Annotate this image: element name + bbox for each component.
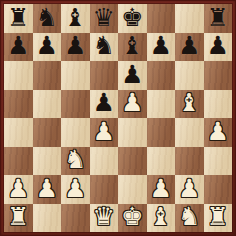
square-d4[interactable]: ♟: [90, 118, 119, 147]
square-e7[interactable]: ♝: [118, 33, 147, 62]
square-a1[interactable]: ♜: [4, 204, 33, 233]
square-e4[interactable]: [118, 118, 147, 147]
piece-black-pawn[interactable]: ♟: [121, 62, 143, 87]
square-h1[interactable]: ♜: [204, 204, 233, 233]
square-c5[interactable]: [61, 90, 90, 119]
square-a7[interactable]: ♟: [4, 33, 33, 62]
piece-black-pawn[interactable]: ♟: [93, 90, 115, 115]
square-h7[interactable]: ♟: [204, 33, 233, 62]
square-g6[interactable]: [175, 61, 204, 90]
square-g5[interactable]: ♝: [175, 90, 204, 119]
piece-white-bishop[interactable]: ♝: [178, 90, 200, 115]
piece-white-rook[interactable]: ♜: [207, 204, 229, 229]
piece-black-pawn[interactable]: ♟: [178, 33, 200, 58]
square-e2[interactable]: [118, 175, 147, 204]
square-f6[interactable]: [147, 61, 176, 90]
chess-board-frame: ♜♞♝♛♚♜♟♟♟♞♝♟♟♟♟♟♟♝♟♟♞♟♟♟♟♟♜♛♚♝♞♜: [0, 0, 236, 236]
square-g4[interactable]: [175, 118, 204, 147]
square-c6[interactable]: [61, 61, 90, 90]
square-c2[interactable]: ♟: [61, 175, 90, 204]
piece-white-pawn[interactable]: ♟: [36, 176, 58, 201]
piece-black-pawn[interactable]: ♟: [207, 33, 229, 58]
square-f1[interactable]: ♝: [147, 204, 176, 233]
piece-black-pawn[interactable]: ♟: [7, 33, 29, 58]
square-g8[interactable]: [175, 4, 204, 33]
square-d7[interactable]: ♞: [90, 33, 119, 62]
piece-black-pawn[interactable]: ♟: [36, 33, 58, 58]
piece-white-knight[interactable]: ♞: [178, 204, 200, 229]
square-g1[interactable]: ♞: [175, 204, 204, 233]
square-g3[interactable]: [175, 147, 204, 176]
square-g2[interactable]: ♟: [175, 175, 204, 204]
piece-black-knight[interactable]: ♞: [36, 5, 58, 30]
square-h4[interactable]: ♟: [204, 118, 233, 147]
piece-black-rook[interactable]: ♜: [7, 5, 29, 30]
square-d6[interactable]: [90, 61, 119, 90]
square-a8[interactable]: ♜: [4, 4, 33, 33]
square-f3[interactable]: [147, 147, 176, 176]
square-b6[interactable]: [33, 61, 62, 90]
piece-white-rook[interactable]: ♜: [7, 204, 29, 229]
piece-white-bishop[interactable]: ♝: [150, 204, 172, 229]
piece-white-pawn[interactable]: ♟: [207, 119, 229, 144]
square-d3[interactable]: [90, 147, 119, 176]
square-h3[interactable]: [204, 147, 233, 176]
piece-white-king[interactable]: ♚: [121, 204, 143, 229]
piece-black-bishop[interactable]: ♝: [121, 33, 143, 58]
square-d2[interactable]: [90, 175, 119, 204]
piece-black-pawn[interactable]: ♟: [150, 33, 172, 58]
square-e6[interactable]: ♟: [118, 61, 147, 90]
square-h8[interactable]: ♜: [204, 4, 233, 33]
square-g7[interactable]: ♟: [175, 33, 204, 62]
square-c8[interactable]: ♝: [61, 4, 90, 33]
square-b5[interactable]: [33, 90, 62, 119]
square-d5[interactable]: ♟: [90, 90, 119, 119]
square-a4[interactable]: [4, 118, 33, 147]
square-b7[interactable]: ♟: [33, 33, 62, 62]
square-c1[interactable]: [61, 204, 90, 233]
square-c4[interactable]: [61, 118, 90, 147]
piece-white-pawn[interactable]: ♟: [64, 176, 86, 201]
piece-black-bishop[interactable]: ♝: [64, 5, 86, 30]
square-b1[interactable]: [33, 204, 62, 233]
square-a3[interactable]: [4, 147, 33, 176]
square-d8[interactable]: ♛: [90, 4, 119, 33]
square-e8[interactable]: ♚: [118, 4, 147, 33]
piece-black-rook[interactable]: ♜: [207, 5, 229, 30]
piece-black-king[interactable]: ♚: [121, 5, 143, 30]
square-d1[interactable]: ♛: [90, 204, 119, 233]
piece-black-pawn[interactable]: ♟: [64, 33, 86, 58]
piece-white-pawn[interactable]: ♟: [93, 119, 115, 144]
chess-board: ♜♞♝♛♚♜♟♟♟♞♝♟♟♟♟♟♟♝♟♟♞♟♟♟♟♟♜♛♚♝♞♜: [4, 4, 232, 232]
square-h2[interactable]: [204, 175, 233, 204]
square-f5[interactable]: [147, 90, 176, 119]
square-a2[interactable]: ♟: [4, 175, 33, 204]
square-f2[interactable]: ♟: [147, 175, 176, 204]
square-a5[interactable]: [4, 90, 33, 119]
square-e3[interactable]: [118, 147, 147, 176]
piece-white-queen[interactable]: ♛: [93, 204, 115, 229]
square-b3[interactable]: [33, 147, 62, 176]
square-h5[interactable]: [204, 90, 233, 119]
piece-white-pawn[interactable]: ♟: [178, 176, 200, 201]
square-b2[interactable]: ♟: [33, 175, 62, 204]
piece-white-knight[interactable]: ♞: [64, 147, 86, 172]
square-c7[interactable]: ♟: [61, 33, 90, 62]
square-b8[interactable]: ♞: [33, 4, 62, 33]
piece-white-pawn[interactable]: ♟: [121, 90, 143, 115]
piece-black-queen[interactable]: ♛: [93, 5, 115, 30]
square-e1[interactable]: ♚: [118, 204, 147, 233]
square-f4[interactable]: [147, 118, 176, 147]
square-h6[interactable]: [204, 61, 233, 90]
square-c3[interactable]: ♞: [61, 147, 90, 176]
piece-white-pawn[interactable]: ♟: [150, 176, 172, 201]
piece-white-pawn[interactable]: ♟: [7, 176, 29, 201]
square-b4[interactable]: [33, 118, 62, 147]
square-f7[interactable]: ♟: [147, 33, 176, 62]
square-a6[interactable]: [4, 61, 33, 90]
piece-black-knight[interactable]: ♞: [93, 33, 115, 58]
square-f8[interactable]: [147, 4, 176, 33]
square-e5[interactable]: ♟: [118, 90, 147, 119]
